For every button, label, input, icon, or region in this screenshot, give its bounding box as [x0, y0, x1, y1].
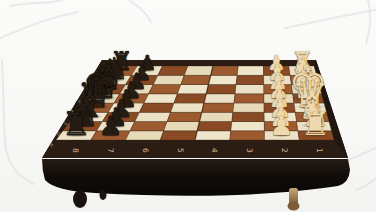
rank-label-2: 2 — [280, 148, 289, 153]
frame-back-border — [102, 60, 316, 66]
rank-label-7: 7 — [106, 148, 115, 153]
square-b4 — [197, 122, 232, 131]
square-f5 — [177, 85, 208, 94]
square-h2 — [264, 66, 291, 75]
square-c3 — [232, 112, 264, 121]
square-f7 — [120, 85, 154, 94]
square-g6 — [153, 75, 184, 84]
square-h3 — [237, 66, 263, 75]
square-f2 — [264, 85, 293, 94]
square-g5 — [181, 75, 211, 84]
square-h4 — [211, 66, 239, 75]
square-b7 — [97, 122, 135, 131]
square-a1 — [298, 131, 334, 140]
square-c8 — [70, 112, 108, 121]
square-b3 — [231, 122, 265, 131]
square-h7 — [131, 66, 162, 75]
square-d5 — [171, 103, 204, 112]
square-f1 — [291, 85, 321, 94]
board-foot-left — [73, 190, 87, 208]
square-c1 — [295, 112, 329, 121]
square-d3 — [233, 103, 264, 112]
square-g7 — [126, 75, 158, 84]
square-d6 — [139, 103, 174, 112]
square-e3 — [234, 94, 264, 103]
board-foot-small — [100, 190, 107, 200]
square-a7 — [91, 131, 130, 140]
square-c7 — [102, 112, 139, 121]
frame-front-face — [42, 140, 348, 158]
square-c5 — [167, 112, 202, 121]
square-c6 — [135, 112, 171, 121]
square-f4 — [206, 85, 236, 94]
square-b1 — [297, 122, 332, 131]
square-g2 — [264, 75, 292, 84]
chess-board: 87654321abcdefgh — [0, 0, 376, 212]
square-e1 — [293, 94, 324, 103]
square-a3 — [230, 131, 265, 140]
square-f3 — [235, 85, 264, 94]
rank-label-6: 6 — [141, 148, 150, 153]
square-h1 — [289, 66, 317, 75]
square-b5 — [164, 122, 200, 131]
square-e6 — [144, 94, 177, 103]
square-g4 — [209, 75, 238, 84]
square-b2 — [264, 122, 298, 131]
box-body — [42, 159, 350, 196]
square-c4 — [200, 112, 233, 121]
square-e4 — [204, 94, 235, 103]
square-a2 — [264, 131, 299, 140]
chess-set-photo: 87654321abcdefgh ♜♟♟♜♞♟♟♞♝♟♟♝♚♟♟♚♛♟♟♛♝♟♟… — [0, 0, 376, 212]
square-h6 — [158, 66, 188, 75]
square-c2 — [264, 112, 297, 121]
square-a4 — [195, 131, 231, 140]
square-d2 — [264, 103, 295, 112]
square-a5 — [160, 131, 197, 140]
rank-label-3: 3 — [245, 148, 254, 153]
rank-label-8: 8 — [71, 148, 80, 153]
rank-label-4: 4 — [210, 148, 219, 153]
square-d4 — [202, 103, 234, 112]
square-g3 — [236, 75, 264, 84]
square-a6 — [126, 131, 164, 140]
square-f6 — [149, 85, 181, 94]
square-h5 — [184, 66, 213, 75]
square-a8 — [56, 131, 97, 140]
square-b6 — [130, 122, 167, 131]
square-e5 — [174, 94, 206, 103]
rank-label-1: 1 — [315, 148, 324, 153]
board-foot-wooden-base — [288, 202, 300, 211]
square-g1 — [290, 75, 319, 84]
square-e2 — [264, 94, 294, 103]
square-e7 — [114, 94, 149, 103]
square-d1 — [294, 103, 327, 112]
square-b8 — [63, 122, 102, 131]
rank-label-5: 5 — [176, 148, 185, 153]
square-d7 — [108, 103, 144, 112]
